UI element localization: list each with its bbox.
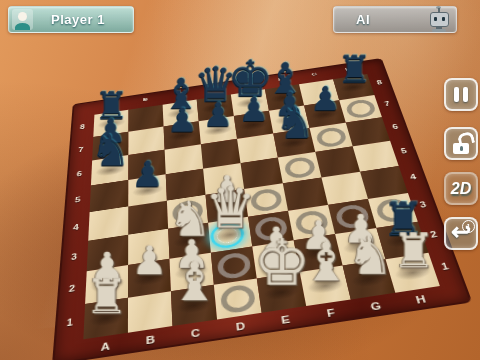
- pause-button[interactable]: [444, 78, 478, 111]
- rank-label-left: 5: [71, 195, 85, 205]
- lock-open-icon: [450, 132, 472, 156]
- ai-plate: AI: [333, 6, 457, 33]
- file-label-bottom: B: [128, 331, 173, 349]
- square-h6[interactable]: [346, 117, 390, 146]
- square-g5[interactable]: [315, 146, 360, 177]
- rank-label-right: 8: [372, 79, 387, 87]
- white-rook[interactable]: ♜: [76, 273, 135, 321]
- rank-label-left: 6: [72, 169, 86, 178]
- file-label-bottom: D: [217, 317, 263, 335]
- game-screen: ♜♝♛♚♝♜♟♟♟♟♟♟♞♞♟♟♞♛♟♟♟♟♟♟♜♜♝♚♝♞♜ 87654321…: [0, 0, 480, 360]
- rank-label-left: 4: [69, 222, 84, 232]
- undo-button[interactable]: ↩ 1: [444, 217, 478, 250]
- black-knight[interactable]: ♞: [270, 100, 320, 144]
- rank-label-left: 1: [62, 317, 78, 329]
- robot-icon: [426, 6, 452, 34]
- player-one-name: Player 1: [51, 12, 105, 27]
- square-a1[interactable]: ♜: [83, 298, 128, 340]
- pause-icon: [454, 87, 459, 102]
- square-h1[interactable]: ♜: [386, 253, 440, 293]
- white-bishop[interactable]: ♝: [164, 254, 223, 307]
- legal-move-ring: [219, 283, 256, 315]
- square-f5[interactable]: [278, 152, 322, 183]
- square-b5[interactable]: ♟: [128, 174, 167, 206]
- black-pawn[interactable]: ♟: [122, 157, 173, 193]
- player-one-plate: Player 1: [8, 6, 134, 33]
- file-label-bottom: G: [352, 297, 400, 315]
- view-2d-button[interactable]: 2D: [444, 172, 478, 205]
- lock-button[interactable]: [444, 127, 478, 160]
- legal-move-ring: [283, 155, 316, 179]
- white-rook[interactable]: ♜: [383, 227, 442, 275]
- file-label-bottom: E: [262, 311, 309, 329]
- chess-board: ♜♝♛♚♝♜♟♟♟♟♟♟♞♞♟♟♞♛♟♟♟♟♟♟♜♜♝♚♝♞♜ 87654321…: [52, 58, 472, 360]
- view-2d-label: 2D: [451, 180, 471, 198]
- ai-name: AI: [356, 12, 370, 27]
- rank-label-right: 5: [396, 147, 412, 156]
- square-h5[interactable]: [353, 141, 399, 172]
- undo-count-badge: 1: [462, 220, 475, 233]
- file-label-bottom: A: [83, 337, 128, 355]
- rank-label-right: 6: [387, 122, 403, 131]
- board-grid: ♜♝♛♚♝♜♟♟♟♟♟♟♞♞♟♟♞♛♟♟♟♟♟♟♜♜♝♚♝♞♜: [83, 74, 440, 339]
- player-avatar-icon: [12, 9, 33, 30]
- square-f4[interactable]: [283, 178, 328, 211]
- square-c1[interactable]: ♝: [171, 285, 217, 326]
- file-label-bottom: H: [397, 291, 446, 309]
- rank-label-right: 7: [380, 100, 395, 108]
- rank-label-right: 4: [405, 172, 422, 182]
- board-scene: ♜♝♛♚♝♜♟♟♟♟♟♟♞♞♟♟♞♛♟♟♟♟♟♟♜♜♝♚♝♞♜ 87654321…: [0, 0, 480, 360]
- file-label-bottom: C: [173, 324, 219, 342]
- file-label-bottom: F: [307, 304, 354, 322]
